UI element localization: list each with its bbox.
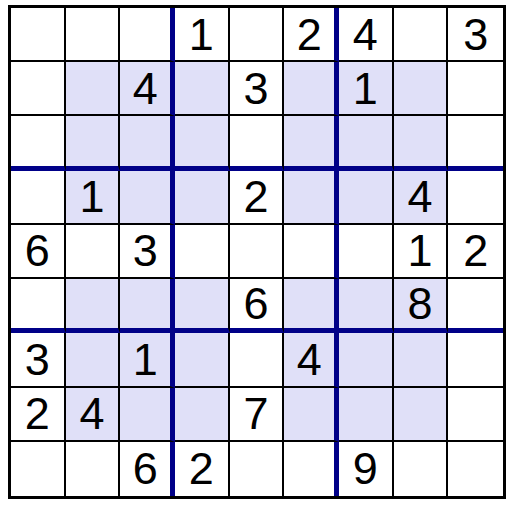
cell-r1c5[interactable] [230, 8, 285, 62]
cell-r3c2[interactable] [66, 116, 121, 170]
cell-r8c2[interactable]: 4 [66, 388, 121, 442]
cell-r7c1[interactable]: 3 [11, 333, 66, 387]
cell-r4c4[interactable] [175, 171, 230, 225]
cell-r8c1[interactable]: 2 [11, 388, 66, 442]
cell-r3c9[interactable] [448, 116, 503, 170]
cell-r1c9[interactable]: 3 [448, 8, 503, 62]
cell-r7c2[interactable] [66, 333, 121, 387]
cell-r2c8[interactable] [394, 62, 449, 116]
cell-r1c4[interactable]: 1 [175, 8, 230, 62]
cell-r1c7[interactable]: 4 [339, 8, 394, 62]
cell-r4c5[interactable]: 2 [230, 171, 285, 225]
cell-r7c3[interactable]: 1 [120, 333, 175, 387]
cell-r8c5[interactable]: 7 [230, 388, 285, 442]
cell-r4c8[interactable]: 4 [394, 171, 449, 225]
cell-r9c9[interactable] [448, 442, 503, 496]
cell-r6c2[interactable] [66, 279, 121, 333]
cell-r9c5[interactable] [230, 442, 285, 496]
cell-r8c7[interactable] [339, 388, 394, 442]
cell-r5c2[interactable] [66, 225, 121, 279]
cell-r8c4[interactable] [175, 388, 230, 442]
cell-r4c9[interactable] [448, 171, 503, 225]
cell-r7c4[interactable] [175, 333, 230, 387]
cell-r6c8[interactable]: 8 [394, 279, 449, 333]
cell-r7c9[interactable] [448, 333, 503, 387]
cell-r8c3[interactable] [120, 388, 175, 442]
cell-r3c5[interactable] [230, 116, 285, 170]
cell-r6c3[interactable] [120, 279, 175, 333]
cell-r2c5[interactable]: 3 [230, 62, 285, 116]
cell-r4c6[interactable] [284, 171, 339, 225]
cell-r8c9[interactable] [448, 388, 503, 442]
cell-r8c8[interactable] [394, 388, 449, 442]
cell-r7c8[interactable] [394, 333, 449, 387]
cell-r2c6[interactable] [284, 62, 339, 116]
puzzle-page: 1243431124631268314247629 [0, 0, 512, 512]
cell-r2c2[interactable] [66, 62, 121, 116]
cell-r7c7[interactable] [339, 333, 394, 387]
cell-r2c9[interactable] [448, 62, 503, 116]
cell-r2c7[interactable]: 1 [339, 62, 394, 116]
cell-r3c8[interactable] [394, 116, 449, 170]
cell-r5c9[interactable]: 2 [448, 225, 503, 279]
cell-r4c2[interactable]: 1 [66, 171, 121, 225]
cell-r2c1[interactable] [11, 62, 66, 116]
cell-r5c8[interactable]: 1 [394, 225, 449, 279]
cell-r5c3[interactable]: 3 [120, 225, 175, 279]
cell-r3c4[interactable] [175, 116, 230, 170]
cell-r2c4[interactable] [175, 62, 230, 116]
cell-r9c7[interactable]: 9 [339, 442, 394, 496]
cell-r6c7[interactable] [339, 279, 394, 333]
cell-r1c2[interactable] [66, 8, 121, 62]
cell-r1c1[interactable] [11, 8, 66, 62]
cell-r9c6[interactable] [284, 442, 339, 496]
sudoku-board: 1243431124631268314247629 [8, 5, 506, 499]
cell-r1c3[interactable] [120, 8, 175, 62]
cell-r6c1[interactable] [11, 279, 66, 333]
cell-r4c1[interactable] [11, 171, 66, 225]
cell-r4c7[interactable] [339, 171, 394, 225]
cell-r9c4[interactable]: 2 [175, 442, 230, 496]
cell-r1c8[interactable] [394, 8, 449, 62]
cell-r5c1[interactable]: 6 [11, 225, 66, 279]
cell-r5c5[interactable] [230, 225, 285, 279]
cell-r3c6[interactable] [284, 116, 339, 170]
cell-r2c3[interactable]: 4 [120, 62, 175, 116]
cell-r6c6[interactable] [284, 279, 339, 333]
cell-r5c6[interactable] [284, 225, 339, 279]
cell-r3c1[interactable] [11, 116, 66, 170]
cell-r9c1[interactable] [11, 442, 66, 496]
cell-r5c7[interactable] [339, 225, 394, 279]
cell-r5c4[interactable] [175, 225, 230, 279]
cell-r7c5[interactable] [230, 333, 285, 387]
cell-r4c3[interactable] [120, 171, 175, 225]
cell-r3c3[interactable] [120, 116, 175, 170]
cell-r6c4[interactable] [175, 279, 230, 333]
cell-r6c5[interactable]: 6 [230, 279, 285, 333]
cell-r3c7[interactable] [339, 116, 394, 170]
cell-r8c6[interactable] [284, 388, 339, 442]
cell-r7c6[interactable]: 4 [284, 333, 339, 387]
cell-r1c6[interactable]: 2 [284, 8, 339, 62]
cell-r9c3[interactable]: 6 [120, 442, 175, 496]
cell-r9c2[interactable] [66, 442, 121, 496]
cell-r9c8[interactable] [394, 442, 449, 496]
cell-r6c9[interactable] [448, 279, 503, 333]
